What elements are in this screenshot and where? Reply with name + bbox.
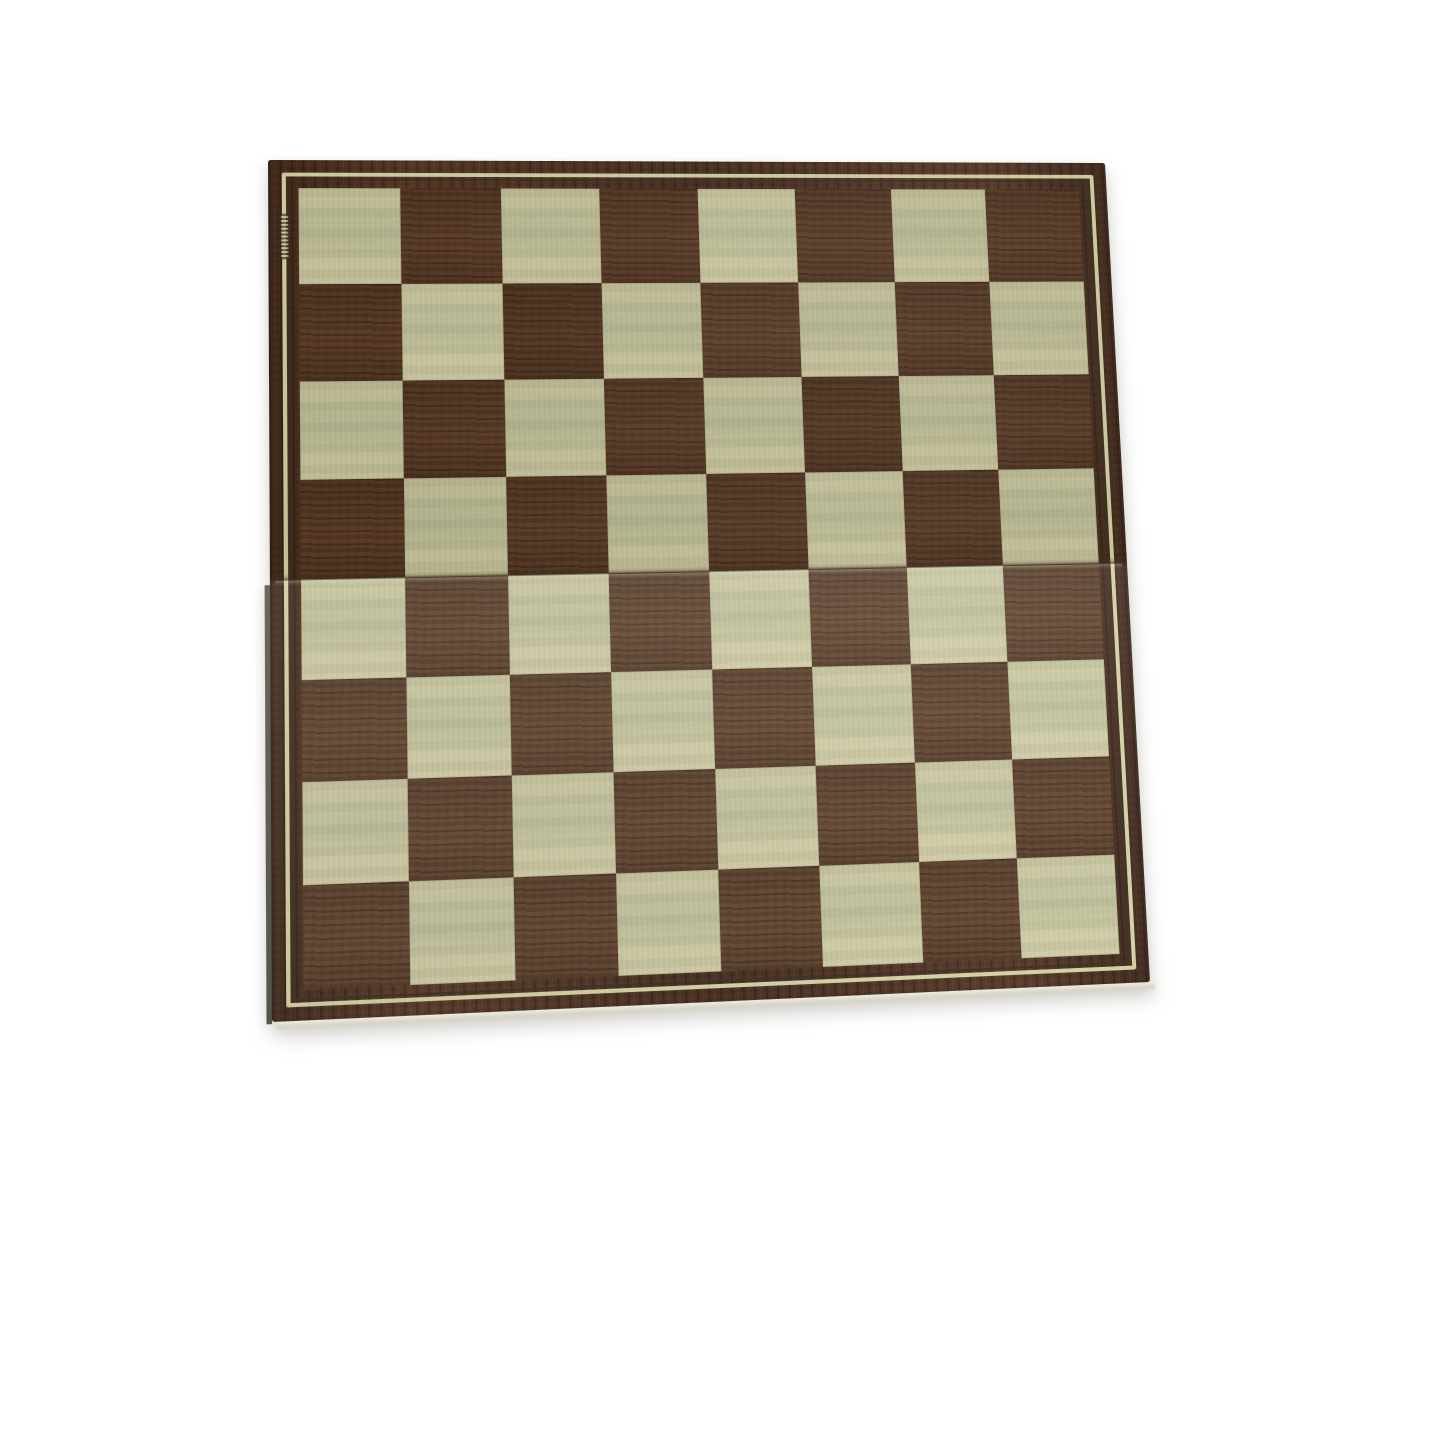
square-f8 <box>795 189 895 282</box>
square-h8 <box>985 189 1084 281</box>
square-h6 <box>994 374 1094 469</box>
square-g2 <box>914 759 1017 862</box>
square-h2 <box>1012 756 1114 858</box>
square-e6 <box>703 377 804 474</box>
square-f1 <box>819 862 923 967</box>
square-e1 <box>718 866 822 972</box>
square-d2 <box>614 769 718 873</box>
square-g5 <box>902 470 1003 567</box>
square-a5 <box>300 478 405 579</box>
square-a7 <box>299 284 402 382</box>
square-g3 <box>910 662 1012 763</box>
square-d8 <box>600 189 701 284</box>
square-f3 <box>812 664 915 765</box>
square-g1 <box>919 858 1022 962</box>
square-e4 <box>709 569 812 669</box>
square-b2 <box>407 775 513 881</box>
square-b8 <box>400 188 502 284</box>
square-g4 <box>906 565 1007 664</box>
square-f6 <box>801 376 902 472</box>
square-f4 <box>808 567 910 667</box>
square-e2 <box>715 766 819 870</box>
square-d3 <box>611 670 715 773</box>
square-f7 <box>798 282 898 377</box>
square-a3 <box>302 677 408 782</box>
square-g6 <box>898 375 998 471</box>
square-a2 <box>302 779 408 886</box>
square-b4 <box>405 575 509 677</box>
square-f2 <box>815 763 918 866</box>
square-a8 <box>298 188 401 284</box>
square-e8 <box>698 189 798 283</box>
maker-stamp-icon <box>281 214 289 259</box>
squares-grid <box>298 188 1119 990</box>
square-b1 <box>409 877 515 985</box>
square-c7 <box>502 283 604 379</box>
square-e7 <box>700 282 801 377</box>
square-d1 <box>616 870 721 976</box>
square-g8 <box>890 189 989 282</box>
square-c1 <box>513 873 619 980</box>
square-c2 <box>511 772 616 877</box>
square-d4 <box>609 571 712 672</box>
square-d7 <box>602 283 703 379</box>
square-a1 <box>303 881 410 989</box>
square-b3 <box>406 675 511 779</box>
square-g7 <box>894 282 994 376</box>
square-d5 <box>607 474 710 573</box>
square-c5 <box>506 475 609 575</box>
square-h1 <box>1017 855 1120 959</box>
square-c3 <box>509 672 613 775</box>
square-a4 <box>301 577 406 680</box>
square-b6 <box>402 380 505 479</box>
square-d6 <box>604 378 706 476</box>
square-h5 <box>998 468 1098 565</box>
chessboard <box>268 160 1150 1022</box>
square-b5 <box>404 477 508 577</box>
square-h7 <box>990 281 1089 375</box>
square-e3 <box>712 667 815 769</box>
board-side-edge-left <box>265 585 272 1024</box>
square-c6 <box>504 379 607 477</box>
square-a6 <box>300 381 404 480</box>
square-h3 <box>1008 659 1109 759</box>
square-b7 <box>401 284 504 381</box>
square-e5 <box>706 473 808 572</box>
square-c4 <box>507 573 611 675</box>
square-f5 <box>805 471 906 569</box>
square-h4 <box>1003 563 1104 662</box>
square-c8 <box>500 188 602 283</box>
photo-background <box>0 0 1445 1445</box>
